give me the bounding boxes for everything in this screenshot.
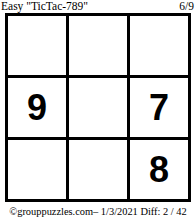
puzzle-counter: 6/9 — [179, 0, 194, 12]
cell-r3c2[interactable] — [69, 140, 127, 199]
cell-r2c1[interactable]: 9 — [8, 78, 66, 137]
cell-r2c2[interactable] — [69, 78, 127, 137]
header: Easy "TicTac-789" 6/9 — [1, 0, 194, 12]
credit-line: ©grouppuzzles.com– 1/3/2021 Diff: 2 / 42 — [0, 206, 196, 218]
cell-r3c1[interactable] — [8, 140, 66, 199]
cell-r3c3[interactable]: 8 — [130, 140, 188, 199]
cell-r1c1[interactable] — [8, 16, 66, 75]
cell-r1c3[interactable] — [130, 16, 188, 75]
tictac-board: 9 7 8 — [5, 13, 191, 202]
cell-r2c3[interactable]: 7 — [130, 78, 188, 137]
cell-r1c2[interactable] — [69, 16, 127, 75]
puzzle-title: Easy "TicTac-789" — [1, 0, 88, 12]
